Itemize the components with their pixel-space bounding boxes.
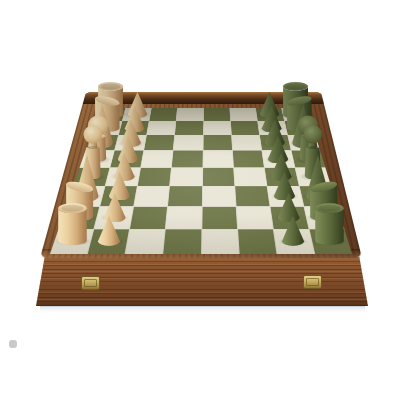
square-a7 [256, 108, 284, 121]
square-d4 [172, 151, 202, 167]
square-b3 [147, 121, 176, 135]
square-b7 [258, 121, 287, 135]
square-g8 [304, 207, 344, 229]
brass-latch-left [81, 276, 100, 290]
chess-set-photo [0, 0, 400, 400]
square-f2 [100, 186, 137, 206]
rim-far-edge [83, 92, 324, 104]
square-h3 [126, 229, 165, 254]
square-a4 [177, 108, 204, 121]
square-g1 [59, 207, 100, 229]
square-c7 [260, 135, 291, 150]
chessboard [50, 108, 352, 254]
square-d3 [141, 151, 173, 167]
square-e7 [265, 168, 299, 186]
board-grid [50, 108, 352, 254]
square-e4 [170, 168, 202, 186]
square-f1 [66, 186, 104, 206]
square-f6 [235, 186, 269, 206]
square-g7 [270, 207, 308, 229]
square-b4 [175, 121, 203, 135]
square-c2 [115, 135, 146, 150]
square-a5 [204, 108, 230, 121]
square-d1 [80, 151, 114, 167]
square-h8 [309, 229, 352, 254]
square-e1 [73, 168, 109, 186]
square-h2 [88, 229, 129, 254]
square-h5 [201, 229, 238, 254]
square-g4 [166, 207, 201, 229]
square-a2 [123, 108, 152, 121]
square-h6 [238, 229, 277, 254]
square-b5 [203, 121, 230, 135]
square-h7 [274, 229, 315, 254]
square-a1 [96, 108, 126, 121]
square-e6 [234, 168, 267, 186]
square-c5 [203, 135, 232, 150]
square-a3 [150, 108, 178, 121]
square-e3 [138, 168, 171, 186]
square-f3 [134, 186, 169, 206]
square-d5 [203, 151, 233, 167]
square-g6 [236, 207, 272, 229]
square-b8 [285, 121, 316, 135]
latch-engraving [306, 278, 319, 286]
square-f7 [267, 186, 303, 206]
square-g3 [130, 207, 167, 229]
square-g5 [202, 207, 237, 229]
square-d7 [262, 151, 294, 167]
square-e5 [203, 168, 234, 186]
square-f5 [202, 186, 235, 206]
stray-dot [9, 340, 17, 348]
square-c4 [174, 135, 203, 150]
square-a6 [230, 108, 257, 121]
square-c3 [144, 135, 174, 150]
square-h1 [50, 229, 93, 254]
square-f4 [168, 186, 201, 206]
square-c8 [288, 135, 320, 150]
square-f8 [300, 186, 338, 206]
square-b1 [91, 121, 122, 135]
square-c6 [232, 135, 262, 150]
square-g2 [94, 207, 133, 229]
square-c1 [86, 135, 119, 150]
square-b2 [119, 121, 149, 135]
square-a8 [282, 108, 311, 121]
square-d6 [233, 151, 264, 167]
square-h4 [164, 229, 201, 254]
square-e8 [295, 168, 331, 186]
square-e2 [106, 168, 141, 186]
square-d8 [291, 151, 325, 167]
brass-latch-right [303, 275, 322, 289]
latch-engraving [84, 279, 97, 287]
square-d2 [111, 151, 144, 167]
square-b6 [231, 121, 259, 135]
